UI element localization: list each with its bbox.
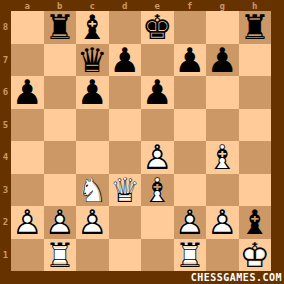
square-c3[interactable]: ♞♘ — [76, 174, 109, 207]
square-g1[interactable] — [206, 239, 239, 272]
square-e1[interactable] — [141, 239, 174, 272]
square-e8[interactable]: ♚ — [141, 11, 174, 44]
rank-label-8: 8 — [0, 11, 11, 44]
piece-white-pawn: ♟♙ — [206, 206, 239, 239]
piece-black-pawn: ♟ — [76, 76, 109, 109]
square-c2[interactable]: ♟♙ — [76, 206, 109, 239]
square-b6[interactable] — [44, 76, 77, 109]
square-e6[interactable]: ♟ — [141, 76, 174, 109]
rank-label-6: 6 — [0, 76, 11, 109]
square-b8[interactable]: ♜ — [44, 11, 77, 44]
square-h8[interactable]: ♜ — [239, 11, 272, 44]
piece-black-pawn: ♟ — [174, 44, 207, 77]
square-b5[interactable] — [44, 109, 77, 142]
piece-black-rook: ♜ — [239, 11, 272, 44]
piece-white-pawn: ♟♙ — [141, 141, 174, 174]
square-a1[interactable] — [11, 239, 44, 272]
square-h5[interactable] — [239, 109, 272, 142]
rank-label-1: 1 — [0, 239, 11, 272]
file-labels: abcdefgh — [11, 0, 271, 11]
chess-board: ♜♝♚♜♛♟♟♟♟♟♟♟♙♝♗♞♘♛♕♝♗♟♙♟♙♟♙♟♙♟♙♝♜♖♜♖♚♔ — [11, 11, 271, 271]
square-f6[interactable] — [174, 76, 207, 109]
square-e5[interactable] — [141, 109, 174, 142]
square-b7[interactable] — [44, 44, 77, 77]
watermark-text: CHESSGAMES.COM — [191, 272, 282, 283]
square-c5[interactable] — [76, 109, 109, 142]
square-a4[interactable] — [11, 141, 44, 174]
piece-white-rook: ♜♖ — [174, 239, 207, 272]
square-h1[interactable]: ♚♔ — [239, 239, 272, 272]
piece-black-pawn: ♟ — [11, 76, 44, 109]
file-label-g: g — [206, 0, 239, 11]
square-f5[interactable] — [174, 109, 207, 142]
square-g8[interactable] — [206, 11, 239, 44]
piece-black-bishop: ♝ — [76, 11, 109, 44]
square-f3[interactable] — [174, 174, 207, 207]
rank-label-3: 3 — [0, 174, 11, 207]
piece-black-king: ♚ — [141, 11, 174, 44]
square-b3[interactable] — [44, 174, 77, 207]
square-c7[interactable]: ♛ — [76, 44, 109, 77]
file-label-b: b — [44, 0, 77, 11]
square-d2[interactable] — [109, 206, 142, 239]
square-g3[interactable] — [206, 174, 239, 207]
piece-white-bishop: ♝♗ — [141, 174, 174, 207]
square-f8[interactable] — [174, 11, 207, 44]
rank-label-4: 4 — [0, 141, 11, 174]
square-h6[interactable] — [239, 76, 272, 109]
square-b1[interactable]: ♜♖ — [44, 239, 77, 272]
piece-white-bishop: ♝♗ — [206, 141, 239, 174]
square-h7[interactable] — [239, 44, 272, 77]
square-c1[interactable] — [76, 239, 109, 272]
square-d6[interactable] — [109, 76, 142, 109]
square-e2[interactable] — [141, 206, 174, 239]
rank-label-7: 7 — [0, 44, 11, 77]
square-g2[interactable]: ♟♙ — [206, 206, 239, 239]
square-c8[interactable]: ♝ — [76, 11, 109, 44]
square-f1[interactable]: ♜♖ — [174, 239, 207, 272]
square-c6[interactable]: ♟ — [76, 76, 109, 109]
square-b4[interactable] — [44, 141, 77, 174]
square-f2[interactable]: ♟♙ — [174, 206, 207, 239]
square-g7[interactable]: ♟ — [206, 44, 239, 77]
square-h3[interactable] — [239, 174, 272, 207]
piece-white-rook: ♜♖ — [44, 239, 77, 272]
file-label-c: c — [76, 0, 109, 11]
square-f4[interactable] — [174, 141, 207, 174]
piece-white-pawn: ♟♙ — [44, 206, 77, 239]
piece-white-knight: ♞♘ — [76, 174, 109, 207]
piece-white-pawn: ♟♙ — [76, 206, 109, 239]
rank-label-5: 5 — [0, 109, 11, 142]
file-label-a: a — [11, 0, 44, 11]
rank-label-2: 2 — [0, 206, 11, 239]
rank-labels: 87654321 — [0, 11, 11, 271]
piece-white-pawn: ♟♙ — [11, 206, 44, 239]
piece-white-queen: ♛♕ — [109, 174, 142, 207]
square-d1[interactable] — [109, 239, 142, 272]
piece-white-pawn: ♟♙ — [174, 206, 207, 239]
board-frame: abcdefgh 87654321 ♜♝♚♜♛♟♟♟♟♟♟♟♙♝♗♞♘♛♕♝♗♟… — [0, 0, 284, 284]
square-a7[interactable] — [11, 44, 44, 77]
square-a6[interactable]: ♟ — [11, 76, 44, 109]
square-e4[interactable]: ♟♙ — [141, 141, 174, 174]
square-g5[interactable] — [206, 109, 239, 142]
square-g6[interactable] — [206, 76, 239, 109]
square-a3[interactable] — [11, 174, 44, 207]
square-e3[interactable]: ♝♗ — [141, 174, 174, 207]
square-h4[interactable] — [239, 141, 272, 174]
piece-black-pawn: ♟ — [141, 76, 174, 109]
square-a2[interactable]: ♟♙ — [11, 206, 44, 239]
square-d4[interactable] — [109, 141, 142, 174]
square-h2[interactable]: ♝ — [239, 206, 272, 239]
file-label-f: f — [174, 0, 207, 11]
square-d5[interactable] — [109, 109, 142, 142]
piece-black-bishop: ♝ — [239, 206, 272, 239]
piece-black-rook: ♜ — [44, 11, 77, 44]
piece-white-king: ♚♔ — [239, 239, 272, 272]
square-e7[interactable] — [141, 44, 174, 77]
square-b2[interactable]: ♟♙ — [44, 206, 77, 239]
square-a5[interactable] — [11, 109, 44, 142]
file-label-e: e — [141, 0, 174, 11]
piece-black-pawn: ♟ — [109, 44, 142, 77]
piece-black-pawn: ♟ — [206, 44, 239, 77]
square-a8[interactable] — [11, 11, 44, 44]
square-f7[interactable]: ♟ — [174, 44, 207, 77]
square-g4[interactable]: ♝♗ — [206, 141, 239, 174]
file-label-h: h — [239, 0, 272, 11]
square-d3[interactable]: ♛♕ — [109, 174, 142, 207]
file-label-d: d — [109, 0, 142, 11]
piece-black-queen: ♛ — [76, 44, 109, 77]
square-d8[interactable] — [109, 11, 142, 44]
square-d7[interactable]: ♟ — [109, 44, 142, 77]
square-c4[interactable] — [76, 141, 109, 174]
